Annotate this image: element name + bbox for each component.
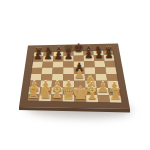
piece-black-pawn-h7[interactable]: ♟ <box>105 50 114 60</box>
square-b6[interactable] <box>42 62 53 68</box>
square-h6[interactable] <box>105 61 116 67</box>
square-f6[interactable] <box>84 61 95 67</box>
square-d5[interactable] <box>63 68 74 75</box>
square-b5[interactable] <box>42 68 53 74</box>
piece-black-pawn-f7[interactable]: ♟ <box>84 51 93 61</box>
square-d6[interactable] <box>63 61 74 67</box>
square-a6[interactable] <box>32 62 43 68</box>
piece-white-rook-h1[interactable]: ♜ <box>109 88 122 103</box>
piece-black-pawn-c7[interactable]: ♟ <box>54 51 63 61</box>
square-c6[interactable] <box>53 62 64 68</box>
piece-black-pawn-b7[interactable]: ♟ <box>44 51 53 61</box>
chessboard-photo: ♜♞♝♛♚♝♞♜♟♟♟♟♟♟♟♟♟♞♟♟♟♟♟♟♟♜♞♝♛♚♝♜ <box>0 0 150 150</box>
square-a5[interactable] <box>31 68 43 74</box>
piece-black-pawn-g7[interactable]: ♟ <box>95 50 104 60</box>
square-c5[interactable] <box>52 68 63 74</box>
piece-white-bishop-f1[interactable]: ♝ <box>85 86 100 102</box>
square-g6[interactable] <box>94 61 105 67</box>
piece-black-king-e8[interactable]: ♚ <box>73 44 84 56</box>
square-h5[interactable] <box>105 67 117 74</box>
piece-black-pawn-d7[interactable]: ♟ <box>64 51 73 61</box>
piece-black-pawn-a7[interactable]: ♟ <box>34 51 43 61</box>
piece-white-pawn-e4[interactable]: ♟ <box>74 68 85 80</box>
